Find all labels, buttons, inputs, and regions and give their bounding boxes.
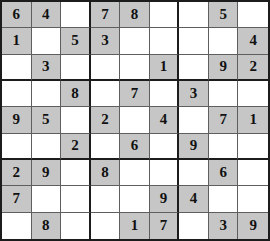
cell-r7c9[interactable] — [238, 160, 268, 186]
cell-r4c3[interactable]: 8 — [61, 81, 91, 107]
cell-r8c7[interactable]: 4 — [179, 186, 209, 212]
cell-r6c5[interactable]: 6 — [120, 134, 150, 160]
cell-r2c9[interactable]: 4 — [238, 28, 268, 54]
cell-r5c9[interactable]: 1 — [238, 107, 268, 133]
cell-r7c6[interactable] — [150, 160, 180, 186]
cell-r7c5[interactable] — [120, 160, 150, 186]
cell-r1c9[interactable] — [238, 2, 268, 28]
cell-r9c7[interactable] — [179, 213, 209, 239]
cell-r4c8[interactable] — [209, 81, 239, 107]
cell-r1c8[interactable]: 5 — [209, 2, 239, 28]
cell-r2c1[interactable]: 1 — [2, 28, 32, 54]
cell-r2c8[interactable] — [209, 28, 239, 54]
cell-r8c4[interactable] — [91, 186, 121, 212]
cell-r3c8[interactable]: 9 — [209, 55, 239, 81]
cell-r6c8[interactable] — [209, 134, 239, 160]
sudoku-board: 6478515343192873952471269298679481739 — [0, 0, 270, 241]
cell-r4c5[interactable]: 7 — [120, 81, 150, 107]
cell-r2c3[interactable]: 5 — [61, 28, 91, 54]
cell-r3c1[interactable] — [2, 55, 32, 81]
cell-r1c1[interactable]: 6 — [2, 2, 32, 28]
cell-r9c8[interactable]: 3 — [209, 213, 239, 239]
cell-r8c3[interactable] — [61, 186, 91, 212]
cell-r7c7[interactable] — [179, 160, 209, 186]
cell-r1c3[interactable] — [61, 2, 91, 28]
cell-r3c7[interactable] — [179, 55, 209, 81]
cell-r6c2[interactable] — [32, 134, 62, 160]
cell-r5c3[interactable] — [61, 107, 91, 133]
cell-r8c1[interactable]: 7 — [2, 186, 32, 212]
cell-r5c6[interactable]: 4 — [150, 107, 180, 133]
cell-r9c2[interactable]: 8 — [32, 213, 62, 239]
cell-r3c5[interactable] — [120, 55, 150, 81]
cell-r9c5[interactable]: 1 — [120, 213, 150, 239]
cell-r2c7[interactable] — [179, 28, 209, 54]
cell-r6c7[interactable]: 9 — [179, 134, 209, 160]
cell-r4c9[interactable] — [238, 81, 268, 107]
cell-r5c2[interactable]: 5 — [32, 107, 62, 133]
cell-r7c1[interactable]: 2 — [2, 160, 32, 186]
cell-r1c7[interactable] — [179, 2, 209, 28]
cell-r7c2[interactable]: 9 — [32, 160, 62, 186]
cell-r9c3[interactable] — [61, 213, 91, 239]
cell-r8c8[interactable] — [209, 186, 239, 212]
cell-r9c6[interactable]: 7 — [150, 213, 180, 239]
cell-r9c1[interactable] — [2, 213, 32, 239]
cell-r3c9[interactable]: 2 — [238, 55, 268, 81]
cell-r8c5[interactable] — [120, 186, 150, 212]
cell-r9c9[interactable]: 9 — [238, 213, 268, 239]
cell-r4c4[interactable] — [91, 81, 121, 107]
cell-r6c6[interactable] — [150, 134, 180, 160]
cell-r2c5[interactable] — [120, 28, 150, 54]
cell-r3c4[interactable] — [91, 55, 121, 81]
cell-r1c6[interactable] — [150, 2, 180, 28]
cell-r2c2[interactable] — [32, 28, 62, 54]
cell-r8c6[interactable]: 9 — [150, 186, 180, 212]
cell-r5c7[interactable] — [179, 107, 209, 133]
cell-r6c1[interactable] — [2, 134, 32, 160]
cell-r4c1[interactable] — [2, 81, 32, 107]
cell-r2c4[interactable]: 3 — [91, 28, 121, 54]
cell-r3c6[interactable]: 1 — [150, 55, 180, 81]
cell-r5c4[interactable]: 2 — [91, 107, 121, 133]
cell-r8c2[interactable] — [32, 186, 62, 212]
cell-r5c8[interactable]: 7 — [209, 107, 239, 133]
cell-r5c5[interactable] — [120, 107, 150, 133]
cell-r3c2[interactable]: 3 — [32, 55, 62, 81]
cell-r1c2[interactable]: 4 — [32, 2, 62, 28]
cell-r2c6[interactable] — [150, 28, 180, 54]
cell-r4c2[interactable] — [32, 81, 62, 107]
cell-r4c6[interactable] — [150, 81, 180, 107]
cell-r1c4[interactable]: 7 — [91, 2, 121, 28]
cell-r1c5[interactable]: 8 — [120, 2, 150, 28]
cell-r7c4[interactable]: 8 — [91, 160, 121, 186]
cell-r4c7[interactable]: 3 — [179, 81, 209, 107]
cell-r6c3[interactable]: 2 — [61, 134, 91, 160]
cell-r5c1[interactable]: 9 — [2, 107, 32, 133]
cell-r9c4[interactable] — [91, 213, 121, 239]
cell-r6c4[interactable] — [91, 134, 121, 160]
cell-r8c9[interactable] — [238, 186, 268, 212]
cell-r3c3[interactable] — [61, 55, 91, 81]
cell-r6c9[interactable] — [238, 134, 268, 160]
cell-r7c8[interactable]: 6 — [209, 160, 239, 186]
cell-r7c3[interactable] — [61, 160, 91, 186]
